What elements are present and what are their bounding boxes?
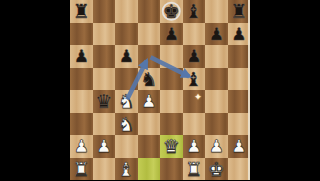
square-g7[interactable]: ♟ — [205, 23, 228, 46]
square-c7[interactable] — [115, 23, 138, 46]
square-h5[interactable] — [228, 68, 251, 91]
square-a6[interactable]: ♟ — [70, 45, 93, 68]
square-d2[interactable] — [138, 135, 161, 158]
square-a2[interactable]: ♟ — [70, 135, 93, 158]
piece-black-queen[interactable]: ♛ — [95, 90, 112, 113]
square-b8[interactable] — [93, 0, 116, 23]
piece-white-pawn[interactable]: ♟ — [141, 90, 156, 113]
square-b7[interactable] — [93, 23, 116, 46]
square-b4[interactable]: ♛ — [93, 90, 116, 113]
square-g8[interactable] — [205, 0, 228, 23]
square-e4[interactable] — [160, 90, 183, 113]
piece-white-rook[interactable]: ♜ — [73, 158, 90, 181]
piece-white-pawn[interactable]: ♟ — [231, 135, 246, 158]
square-b5[interactable] — [93, 68, 116, 91]
square-a4[interactable] — [70, 90, 93, 113]
square-c4[interactable]: ♞ — [115, 90, 138, 113]
piece-black-knight[interactable]: ♞ — [140, 68, 157, 91]
piece-white-king[interactable]: ♚ — [208, 158, 225, 181]
square-a5[interactable] — [70, 68, 93, 91]
piece-black-pawn[interactable]: ♟ — [209, 23, 224, 46]
square-h3[interactable] — [228, 113, 251, 136]
piece-white-rook[interactable]: ♜ — [185, 158, 202, 181]
piece-white-pawn[interactable]: ♟ — [186, 135, 201, 158]
square-a8[interactable]: ♜ — [70, 0, 93, 23]
piece-black-pawn[interactable]: ♟ — [231, 23, 246, 46]
piece-white-knight[interactable]: ♞ — [118, 113, 135, 136]
chess-board: ♜♚♝♜♟♟♟♟♟♟♞♝♛♞♟♞♟♟♛♟♟♟♜♝♜♚ — [70, 0, 250, 180]
square-f4[interactable] — [183, 90, 206, 113]
square-e6[interactable] — [160, 45, 183, 68]
piece-white-knight[interactable]: ♞ — [118, 90, 135, 113]
piece-white-pawn[interactable]: ♟ — [74, 135, 89, 158]
square-c1[interactable]: ♝ — [115, 158, 138, 181]
piece-black-bishop[interactable]: ♝ — [185, 68, 202, 91]
piece-black-pawn[interactable]: ♟ — [164, 23, 179, 46]
piece-black-rook[interactable]: ♜ — [230, 0, 247, 23]
square-e2[interactable]: ♛ — [160, 135, 183, 158]
piece-black-pawn[interactable]: ♟ — [186, 45, 201, 68]
square-c5[interactable] — [115, 68, 138, 91]
square-b3[interactable] — [93, 113, 116, 136]
square-d1[interactable] — [138, 158, 161, 181]
square-g1[interactable]: ♚ — [205, 158, 228, 181]
square-g2[interactable]: ♟ — [205, 135, 228, 158]
square-h7[interactable]: ♟ — [228, 23, 251, 46]
piece-white-pawn[interactable]: ♟ — [96, 135, 111, 158]
square-f5[interactable]: ♝ — [183, 68, 206, 91]
square-e7[interactable]: ♟ — [160, 23, 183, 46]
square-g3[interactable] — [205, 113, 228, 136]
square-f7[interactable] — [183, 23, 206, 46]
square-c2[interactable] — [115, 135, 138, 158]
square-g5[interactable] — [205, 68, 228, 91]
square-f2[interactable]: ♟ — [183, 135, 206, 158]
piece-black-rook[interactable]: ♜ — [73, 0, 90, 23]
video-frame: ♜♚♝♜♟♟♟♟♟♟♞♝♛♞♟♞♟♟♛♟♟♟♜♝♜♚ ✦ — [0, 0, 320, 180]
square-h8[interactable]: ♜ — [228, 0, 251, 23]
square-d4[interactable]: ♟ — [138, 90, 161, 113]
piece-black-king[interactable]: ♚ — [163, 0, 180, 23]
square-d6[interactable] — [138, 45, 161, 68]
square-b2[interactable]: ♟ — [93, 135, 116, 158]
square-a3[interactable] — [70, 113, 93, 136]
square-g4[interactable] — [205, 90, 228, 113]
square-d3[interactable] — [138, 113, 161, 136]
square-f1[interactable]: ♜ — [183, 158, 206, 181]
letterbox-right — [250, 0, 320, 180]
piece-white-pawn[interactable]: ♟ — [209, 135, 224, 158]
piece-black-pawn[interactable]: ♟ — [74, 45, 89, 68]
square-f8[interactable]: ♝ — [183, 0, 206, 23]
square-g6[interactable] — [205, 45, 228, 68]
square-e5[interactable] — [160, 68, 183, 91]
square-h6[interactable] — [228, 45, 251, 68]
square-h2[interactable]: ♟ — [228, 135, 251, 158]
square-c6[interactable]: ♟ — [115, 45, 138, 68]
square-c3[interactable]: ♞ — [115, 113, 138, 136]
square-c8[interactable] — [115, 0, 138, 23]
square-h4[interactable] — [228, 90, 251, 113]
square-b1[interactable] — [93, 158, 116, 181]
square-e3[interactable] — [160, 113, 183, 136]
piece-black-bishop[interactable]: ♝ — [185, 0, 202, 23]
square-h1[interactable] — [228, 158, 251, 181]
square-e8[interactable]: ♚ — [160, 0, 183, 23]
square-e1[interactable] — [160, 158, 183, 181]
square-a1[interactable]: ♜ — [70, 158, 93, 181]
letterbox-left — [0, 0, 70, 180]
square-f3[interactable] — [183, 113, 206, 136]
piece-white-queen[interactable]: ♛ — [163, 135, 180, 158]
piece-black-pawn[interactable]: ♟ — [119, 45, 134, 68]
square-a7[interactable] — [70, 23, 93, 46]
square-f6[interactable]: ♟ — [183, 45, 206, 68]
piece-white-bishop[interactable]: ♝ — [118, 158, 135, 181]
board-area: ♜♚♝♜♟♟♟♟♟♟♞♝♛♞♟♞♟♟♛♟♟♟♜♝♜♚ ✦ — [70, 0, 250, 180]
square-b6[interactable] — [93, 45, 116, 68]
square-d7[interactable] — [138, 23, 161, 46]
board-edge — [248, 0, 250, 180]
square-d8[interactable] — [138, 0, 161, 23]
square-d5[interactable]: ♞ — [138, 68, 161, 91]
